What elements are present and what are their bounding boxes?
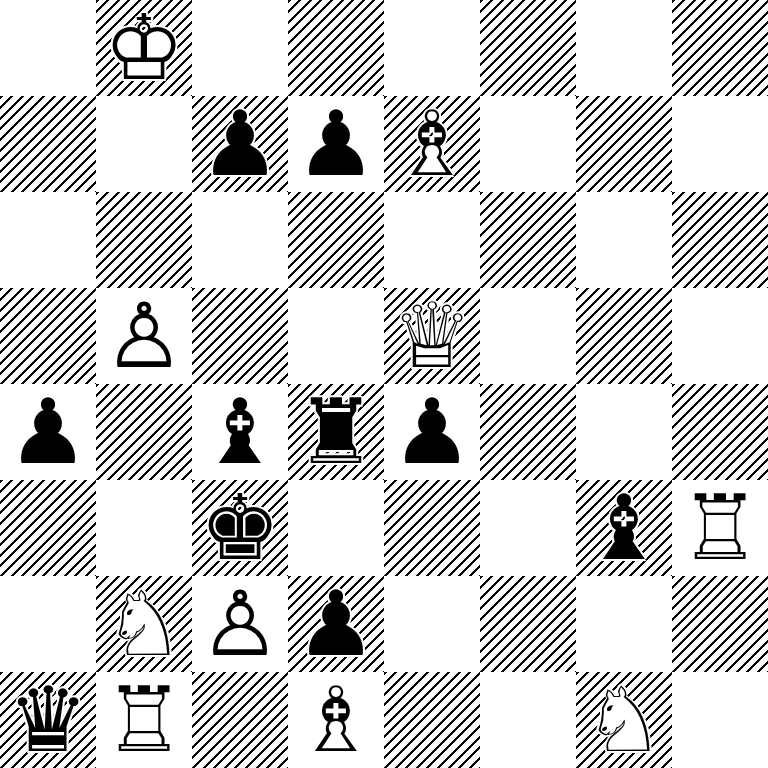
square-g6[interactable] (576, 192, 672, 288)
square-h4[interactable] (672, 384, 768, 480)
piece-black-rook: ♜♜ (288, 384, 384, 480)
piece-black-king: ♚♚ (192, 480, 288, 576)
square-e5[interactable]: ♛♕ (384, 288, 480, 384)
piece-black-pawn: ♟♟ (0, 384, 96, 480)
square-h3[interactable]: ♜♖ (672, 480, 768, 576)
square-b1[interactable]: ♜♖ (96, 672, 192, 768)
square-g2[interactable] (576, 576, 672, 672)
piece-black-bishop: ♝♝ (192, 384, 288, 480)
piece-glyph: ♟ (288, 576, 384, 672)
square-c7[interactable]: ♟♟ (192, 96, 288, 192)
square-h1[interactable] (672, 672, 768, 768)
square-c3[interactable]: ♚♚ (192, 480, 288, 576)
piece-white-queen: ♛♕ (384, 288, 480, 384)
square-f3[interactable] (480, 480, 576, 576)
piece-glyph: ♜ (288, 384, 384, 480)
square-e6[interactable] (384, 192, 480, 288)
piece-black-queen: ♛♛ (0, 672, 96, 768)
piece-black-pawn: ♟♟ (192, 96, 288, 192)
piece-white-pawn: ♟♙ (96, 288, 192, 384)
square-d2[interactable]: ♟♟ (288, 576, 384, 672)
piece-glyph: ♝ (192, 384, 288, 480)
square-d6[interactable] (288, 192, 384, 288)
square-a2[interactable] (0, 576, 96, 672)
square-h6[interactable] (672, 192, 768, 288)
piece-white-knight: ♞♘ (576, 672, 672, 768)
piece-glyph: ♕ (384, 288, 480, 384)
piece-glyph: ♟ (384, 384, 480, 480)
piece-white-king: ♚♔ (96, 0, 192, 96)
square-a1[interactable]: ♛♛ (0, 672, 96, 768)
square-h5[interactable] (672, 288, 768, 384)
piece-black-bishop: ♝♝ (576, 480, 672, 576)
square-a8[interactable] (0, 0, 96, 96)
piece-glyph: ♝ (576, 480, 672, 576)
piece-white-pawn: ♟♙ (192, 576, 288, 672)
square-h2[interactable] (672, 576, 768, 672)
square-c1[interactable] (192, 672, 288, 768)
piece-white-knight: ♞♘ (96, 576, 192, 672)
square-e4[interactable]: ♟♟ (384, 384, 480, 480)
piece-glyph: ♗ (288, 672, 384, 768)
square-a6[interactable] (0, 192, 96, 288)
square-g1[interactable]: ♞♘ (576, 672, 672, 768)
square-c5[interactable] (192, 288, 288, 384)
piece-glyph: ♘ (96, 576, 192, 672)
piece-glyph: ♟ (288, 96, 384, 192)
square-f4[interactable] (480, 384, 576, 480)
square-g4[interactable] (576, 384, 672, 480)
piece-glyph: ♚ (192, 480, 288, 576)
square-g3[interactable]: ♝♝ (576, 480, 672, 576)
square-c2[interactable]: ♟♙ (192, 576, 288, 672)
square-d4[interactable]: ♜♜ (288, 384, 384, 480)
piece-glyph: ♖ (672, 480, 768, 576)
square-e8[interactable] (384, 0, 480, 96)
piece-white-rook: ♜♖ (672, 480, 768, 576)
piece-glyph: ♔ (96, 0, 192, 96)
piece-black-pawn: ♟♟ (288, 576, 384, 672)
square-f2[interactable] (480, 576, 576, 672)
piece-glyph: ♙ (192, 576, 288, 672)
piece-glyph: ♛ (0, 672, 96, 768)
square-d7[interactable]: ♟♟ (288, 96, 384, 192)
piece-glyph: ♘ (576, 672, 672, 768)
square-h8[interactable] (672, 0, 768, 96)
square-f8[interactable] (480, 0, 576, 96)
square-h7[interactable] (672, 96, 768, 192)
square-f5[interactable] (480, 288, 576, 384)
square-d3[interactable] (288, 480, 384, 576)
square-e2[interactable] (384, 576, 480, 672)
piece-glyph: ♗ (384, 96, 480, 192)
square-e3[interactable] (384, 480, 480, 576)
square-g8[interactable] (576, 0, 672, 96)
piece-glyph: ♟ (0, 384, 96, 480)
piece-glyph: ♟ (192, 96, 288, 192)
piece-glyph: ♖ (96, 672, 192, 768)
square-c6[interactable] (192, 192, 288, 288)
square-e7[interactable]: ♝♗ (384, 96, 480, 192)
square-g7[interactable] (576, 96, 672, 192)
square-e1[interactable] (384, 672, 480, 768)
square-c8[interactable] (192, 0, 288, 96)
piece-white-bishop: ♝♗ (288, 672, 384, 768)
square-a4[interactable]: ♟♟ (0, 384, 96, 480)
piece-black-pawn: ♟♟ (384, 384, 480, 480)
square-a7[interactable] (0, 96, 96, 192)
square-f6[interactable] (480, 192, 576, 288)
square-b3[interactable] (96, 480, 192, 576)
square-f7[interactable] (480, 96, 576, 192)
piece-white-rook: ♜♖ (96, 672, 192, 768)
chess-board: ♚♔♟♟♟♟♝♗♟♙♛♕♟♟♝♝♜♜♟♟♚♚♝♝♜♖♞♘♟♙♟♟♛♛♜♖♝♗♞♘ (0, 0, 768, 768)
square-d5[interactable] (288, 288, 384, 384)
square-f1[interactable] (480, 672, 576, 768)
piece-white-bishop: ♝♗ (384, 96, 480, 192)
square-b8[interactable]: ♚♔ (96, 0, 192, 96)
piece-glyph: ♙ (96, 288, 192, 384)
square-b7[interactable] (96, 96, 192, 192)
square-b4[interactable] (96, 384, 192, 480)
square-b6[interactable] (96, 192, 192, 288)
square-a3[interactable] (0, 480, 96, 576)
square-d1[interactable]: ♝♗ (288, 672, 384, 768)
square-a5[interactable] (0, 288, 96, 384)
piece-black-pawn: ♟♟ (288, 96, 384, 192)
square-g5[interactable] (576, 288, 672, 384)
square-b5[interactable]: ♟♙ (96, 288, 192, 384)
square-d8[interactable] (288, 0, 384, 96)
square-b2[interactable]: ♞♘ (96, 576, 192, 672)
square-c4[interactable]: ♝♝ (192, 384, 288, 480)
